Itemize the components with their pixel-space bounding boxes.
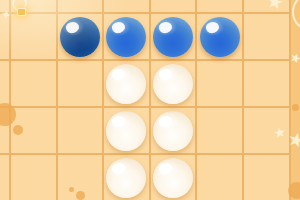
white-marble[interactable] (106, 64, 146, 104)
board-cell[interactable] (104, 14, 151, 61)
board-cell[interactable] (11, 61, 58, 108)
white-marble[interactable] (153, 64, 193, 104)
board-cell[interactable] (197, 155, 244, 200)
balloon-arc-decoration (292, 0, 300, 30)
board-cell[interactable] (0, 61, 11, 108)
board-cell[interactable] (244, 0, 291, 14)
board-cell[interactable] (197, 0, 244, 14)
blue-marble[interactable] (200, 17, 240, 57)
board-cell[interactable] (104, 61, 151, 108)
board-cell[interactable] (0, 0, 11, 14)
board-cell[interactable] (151, 155, 198, 200)
board-cell[interactable] (58, 108, 105, 155)
board-cell[interactable] (11, 14, 58, 61)
board-cell[interactable] (104, 155, 151, 200)
white-marble[interactable] (153, 158, 193, 198)
game-screen: ★★★★✦ (0, 0, 300, 200)
board-cell[interactable] (58, 61, 105, 108)
board-cell[interactable] (11, 155, 58, 200)
bubble-dot-decoration (292, 104, 299, 111)
blue-marble[interactable] (153, 17, 193, 57)
board-cell[interactable] (151, 108, 198, 155)
game-board[interactable] (0, 0, 291, 200)
board-cell[interactable] (197, 108, 244, 155)
board-cell[interactable] (244, 14, 291, 61)
board-cell[interactable] (197, 14, 244, 61)
board-cell[interactable] (0, 14, 11, 61)
white-marble[interactable] (106, 111, 146, 151)
board-cell[interactable] (104, 108, 151, 155)
white-marble[interactable] (106, 158, 146, 198)
board-cell[interactable] (0, 155, 11, 200)
board-cell[interactable] (11, 0, 58, 14)
board-cell[interactable] (58, 14, 105, 61)
board-cell[interactable] (0, 108, 11, 155)
board-cell[interactable] (104, 0, 151, 14)
board-cell[interactable] (11, 108, 58, 155)
board-cell[interactable] (58, 0, 105, 14)
dark-blue-marble[interactable] (60, 17, 100, 57)
blue-marble[interactable] (106, 17, 146, 57)
board-cell[interactable] (151, 61, 198, 108)
board-cell[interactable] (244, 108, 291, 155)
board-cell[interactable] (151, 0, 198, 14)
board-cell[interactable] (151, 14, 198, 61)
board-cell[interactable] (244, 61, 291, 108)
board-cell[interactable] (197, 61, 244, 108)
board-cell[interactable] (244, 155, 291, 200)
white-marble[interactable] (153, 111, 193, 151)
board-cell[interactable] (58, 155, 105, 200)
